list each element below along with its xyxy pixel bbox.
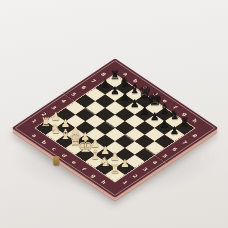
- scene: abcdefgh abcdefgh 87654321 87654321 ♜♞♝♛…: [42, 55, 188, 201]
- chess-board: abcdefgh abcdefgh 87654321 87654321 ♜♞♝♛…: [12, 58, 218, 197]
- product-photo: abcdefgh abcdefgh 87654321 87654321 ♜♞♝♛…: [0, 0, 228, 228]
- brass-clasp: [53, 156, 59, 165]
- piece-black-rook-a8: ♜: [108, 55, 122, 81]
- perspective-wrapper: abcdefgh abcdefgh 87654321 87654321 ♜♞♝♛…: [42, 79, 188, 178]
